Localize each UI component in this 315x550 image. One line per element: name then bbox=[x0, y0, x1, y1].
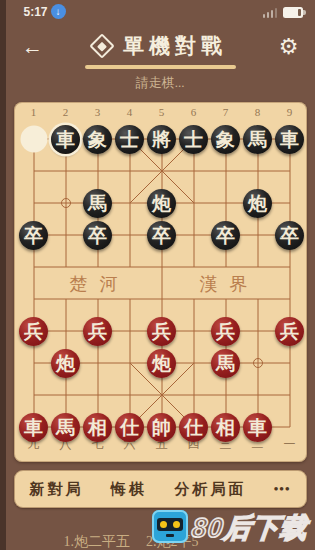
diamond-icon bbox=[89, 33, 114, 58]
piece-red-相[interactable]: 相 bbox=[211, 413, 240, 442]
piece-black-卒[interactable]: 卒 bbox=[275, 221, 304, 250]
piece-black-炮[interactable]: 炮 bbox=[243, 189, 272, 218]
undo-move-button[interactable]: 悔棋 bbox=[111, 480, 147, 499]
piece-black-士[interactable]: 士 bbox=[115, 125, 144, 154]
piece-red-兵[interactable]: 兵 bbox=[19, 317, 48, 346]
piece-red-馬[interactable]: 馬 bbox=[51, 413, 80, 442]
piece-red-相[interactable]: 相 bbox=[83, 413, 112, 442]
piece-red-兵[interactable]: 兵 bbox=[275, 317, 304, 346]
file-label-top: 9 bbox=[279, 106, 301, 118]
piece-red-仕[interactable]: 仕 bbox=[179, 413, 208, 442]
piece-red-車[interactable]: 車 bbox=[19, 413, 48, 442]
move-entry: 1.炮二平五 bbox=[64, 533, 131, 550]
piece-black-卒[interactable]: 卒 bbox=[147, 221, 176, 250]
file-label-top: 4 bbox=[119, 106, 141, 118]
gear-icon[interactable]: ⚙ bbox=[273, 31, 305, 63]
file-label-top: 5 bbox=[151, 106, 173, 118]
file-label-top: 7 bbox=[215, 106, 237, 118]
status-bar: 5:17 ↓ bbox=[6, 0, 315, 24]
clock-time: 5:17 bbox=[24, 5, 48, 19]
piece-black-馬[interactable]: 馬 bbox=[83, 189, 112, 218]
file-label-top: 1 bbox=[23, 106, 45, 118]
piece-red-仕[interactable]: 仕 bbox=[115, 413, 144, 442]
battery-icon bbox=[283, 7, 303, 18]
piece-black-象[interactable]: 象 bbox=[83, 125, 112, 154]
pieces-grid: 車象士將士象馬車馬炮炮卒卒卒卒卒兵兵兵兵兵炮炮馬車馬相仕帥仕相車 bbox=[18, 123, 306, 443]
watermark: 80后下载 bbox=[152, 510, 308, 546]
turn-hint-text: 請走棋... bbox=[6, 74, 315, 92]
title-bar: ← 單機對戰 ⚙ bbox=[6, 28, 315, 64]
piece-red-馬[interactable]: 馬 bbox=[211, 349, 240, 378]
robot-icon bbox=[152, 510, 188, 543]
piece-black-炮[interactable]: 炮 bbox=[147, 189, 176, 218]
page-title: 單機對戰 bbox=[123, 32, 227, 60]
piece-black-馬[interactable]: 馬 bbox=[243, 125, 272, 154]
file-label-top: 8 bbox=[247, 106, 269, 118]
file-label-top: 6 bbox=[183, 106, 205, 118]
action-bar: 新對局 悔棋 分析局面 ••• bbox=[14, 470, 307, 508]
piece-black-卒[interactable]: 卒 bbox=[211, 221, 240, 250]
piece-red-兵[interactable]: 兵 bbox=[147, 317, 176, 346]
piece-red-車[interactable]: 車 bbox=[243, 413, 272, 442]
more-options-button[interactable]: ••• bbox=[274, 481, 291, 497]
xiangqi-board[interactable]: 1 2 3 4 5 6 7 8 9 九 八 七 六 五 四 三 二 一 楚河 漢… bbox=[14, 102, 307, 462]
piece-black-將[interactable]: 將 bbox=[147, 125, 176, 154]
piece-red-炮[interactable]: 炮 bbox=[51, 349, 80, 378]
piece-red-帥[interactable]: 帥 bbox=[147, 413, 176, 442]
piece-black-士[interactable]: 士 bbox=[179, 125, 208, 154]
piece-black-車[interactable]: 車 bbox=[275, 125, 304, 154]
piece-red-兵[interactable]: 兵 bbox=[211, 317, 240, 346]
piece-black-車[interactable]: 車 bbox=[51, 125, 80, 154]
piece-black-卒[interactable]: 卒 bbox=[83, 221, 112, 250]
piece-black-象[interactable]: 象 bbox=[211, 125, 240, 154]
title-underline bbox=[85, 65, 236, 69]
file-label-top: 3 bbox=[87, 106, 109, 118]
piece-red-炮[interactable]: 炮 bbox=[147, 349, 176, 378]
signal-icon bbox=[263, 8, 277, 18]
watermark-text: 80后下载 bbox=[190, 510, 310, 546]
app-screen: 5:17 ↓ ← 單機對戰 ⚙ 請走棋... bbox=[6, 0, 315, 550]
piece-red-兵[interactable]: 兵 bbox=[83, 317, 112, 346]
download-badge-icon: ↓ bbox=[51, 4, 66, 19]
analyze-button[interactable]: 分析局面 bbox=[174, 480, 246, 499]
new-game-button[interactable]: 新對局 bbox=[30, 480, 84, 499]
piece-black-卒[interactable]: 卒 bbox=[19, 221, 48, 250]
file-label-top: 2 bbox=[55, 106, 77, 118]
